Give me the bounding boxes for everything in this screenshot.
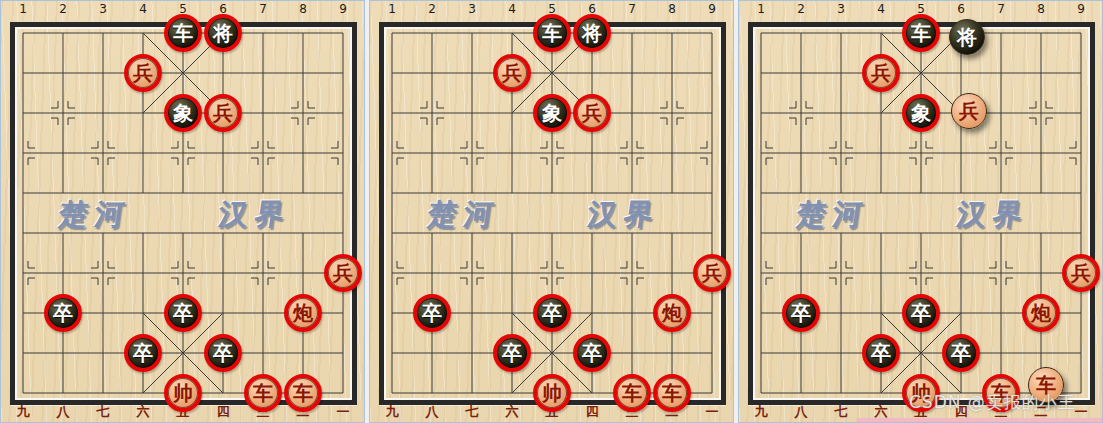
pink-bar	[857, 418, 1102, 422]
piece-character: 卒	[951, 343, 971, 363]
piece-black-elephant[interactable]: 象	[164, 94, 202, 132]
file-label-bottom: 四	[572, 403, 612, 421]
pieces-layer: 车将兵象兵兵卒卒炮卒卒帅车车	[372, 13, 732, 413]
piece-red-cannon[interactable]: 炮	[284, 294, 322, 332]
file-label-bottom: 七	[821, 403, 861, 421]
piece-black-general[interactable]: 将	[573, 14, 611, 52]
pieces-layer: 车将兵象兵兵卒卒炮卒卒帅车车	[741, 13, 1101, 413]
piece-black-general[interactable]: 将	[949, 19, 985, 55]
board-3: 123456789 楚河 汉界 车将兵象兵兵卒卒炮卒卒帅车车 九八七六五四三二一…	[738, 0, 1103, 423]
piece-red-chariot[interactable]: 车	[284, 374, 322, 412]
board-2: 123456789 楚河 汉界 车将兵象兵兵卒卒炮卒卒帅车车 九八七六五四三二一	[369, 0, 734, 423]
piece-character: 卒	[911, 303, 931, 323]
piece-red-soldier[interactable]: 兵	[573, 94, 611, 132]
file-label-bottom: 九	[3, 403, 43, 421]
file-label-bottom: 八	[412, 403, 452, 421]
piece-character: 卒	[173, 303, 193, 323]
boards-row: 123456789 楚河 汉界 车将兵象兵兵卒卒炮卒卒帅车车 九八七六五四三二一…	[0, 0, 1103, 423]
piece-red-cannon[interactable]: 炮	[1022, 294, 1060, 332]
piece-character: 帅	[542, 383, 562, 403]
piece-character: 车	[253, 383, 273, 403]
piece-black-soldier[interactable]: 卒	[782, 294, 820, 332]
piece-black-chariot[interactable]: 车	[902, 14, 940, 52]
piece-black-general[interactable]: 将	[204, 14, 242, 52]
piece-character: 兵	[959, 101, 979, 121]
file-label-bottom: 一	[323, 403, 363, 421]
piece-character: 象	[173, 103, 193, 123]
piece-character: 炮	[1031, 303, 1051, 323]
piece-red-soldier[interactable]: 兵	[951, 93, 987, 129]
file-label-bottom: 一	[692, 403, 732, 421]
piece-black-elephant[interactable]: 象	[902, 94, 940, 132]
piece-character: 卒	[542, 303, 562, 323]
piece-black-soldier[interactable]: 卒	[493, 334, 531, 372]
file-label-bottom: 六	[492, 403, 532, 421]
file-label-bottom: 九	[741, 403, 781, 421]
pieces-layer: 车将兵象兵兵卒卒炮卒卒帅车车	[3, 13, 363, 413]
piece-character: 车	[662, 383, 682, 403]
piece-red-chariot[interactable]: 车	[613, 374, 651, 412]
piece-character: 兵	[333, 263, 353, 283]
piece-black-soldier[interactable]: 卒	[862, 334, 900, 372]
piece-character: 兵	[213, 103, 233, 123]
piece-red-soldier[interactable]: 兵	[124, 54, 162, 92]
file-label-bottom: 八	[43, 403, 83, 421]
file-label-bottom: 九	[372, 403, 412, 421]
piece-black-soldier[interactable]: 卒	[204, 334, 242, 372]
piece-black-chariot[interactable]: 车	[164, 14, 202, 52]
piece-character: 兵	[502, 63, 522, 83]
piece-character: 车	[293, 383, 313, 403]
piece-character: 卒	[133, 343, 153, 363]
piece-character: 兵	[871, 63, 891, 83]
piece-character: 车	[542, 23, 562, 43]
piece-black-soldier[interactable]: 卒	[44, 294, 82, 332]
piece-red-chariot[interactable]: 车	[653, 374, 691, 412]
piece-red-soldier[interactable]: 兵	[324, 254, 362, 292]
csdn-watermark: CSDN @卖报的小王	[909, 391, 1076, 414]
file-label-bottom: 四	[203, 403, 243, 421]
piece-red-cannon[interactable]: 炮	[653, 294, 691, 332]
piece-character: 将	[213, 23, 233, 43]
piece-character: 车	[173, 23, 193, 43]
piece-black-soldier[interactable]: 卒	[164, 294, 202, 332]
piece-character: 兵	[1071, 263, 1091, 283]
piece-black-soldier[interactable]: 卒	[942, 334, 980, 372]
piece-black-elephant[interactable]: 象	[533, 94, 571, 132]
piece-character: 象	[542, 103, 562, 123]
piece-black-soldier[interactable]: 卒	[573, 334, 611, 372]
piece-character: 卒	[213, 343, 233, 363]
piece-character: 车	[622, 383, 642, 403]
piece-red-chariot[interactable]: 车	[244, 374, 282, 412]
piece-character: 兵	[582, 103, 602, 123]
piece-character: 卒	[791, 303, 811, 323]
piece-red-soldier[interactable]: 兵	[204, 94, 242, 132]
piece-character: 兵	[702, 263, 722, 283]
piece-character: 车	[911, 23, 931, 43]
piece-red-soldier[interactable]: 兵	[862, 54, 900, 92]
piece-character: 卒	[53, 303, 73, 323]
piece-character: 卒	[422, 303, 442, 323]
piece-black-soldier[interactable]: 卒	[533, 294, 571, 332]
piece-black-soldier[interactable]: 卒	[413, 294, 451, 332]
piece-character: 兵	[133, 63, 153, 83]
piece-black-soldier[interactable]: 卒	[124, 334, 162, 372]
file-label-bottom: 七	[452, 403, 492, 421]
piece-character: 卒	[871, 343, 891, 363]
piece-black-soldier[interactable]: 卒	[902, 294, 940, 332]
piece-character: 炮	[662, 303, 682, 323]
piece-character: 卒	[502, 343, 522, 363]
piece-black-chariot[interactable]: 车	[533, 14, 571, 52]
piece-red-general[interactable]: 帅	[164, 374, 202, 412]
piece-character: 卒	[582, 343, 602, 363]
piece-character: 帅	[173, 383, 193, 403]
piece-red-soldier[interactable]: 兵	[1062, 254, 1100, 292]
piece-character: 将	[582, 23, 602, 43]
piece-character: 象	[911, 103, 931, 123]
file-label-bottom: 七	[83, 403, 123, 421]
piece-red-soldier[interactable]: 兵	[693, 254, 731, 292]
board-1: 123456789 楚河 汉界 车将兵象兵兵卒卒炮卒卒帅车车 九八七六五四三二一	[0, 0, 365, 423]
piece-red-general[interactable]: 帅	[533, 374, 571, 412]
file-label-bottom: 六	[123, 403, 163, 421]
piece-red-soldier[interactable]: 兵	[493, 54, 531, 92]
piece-character: 炮	[293, 303, 313, 323]
file-label-bottom: 八	[781, 403, 821, 421]
piece-character: 将	[957, 27, 977, 47]
